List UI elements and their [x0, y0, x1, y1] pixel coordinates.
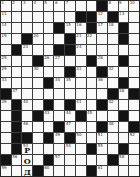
- clue-number: 13: [119, 12, 124, 16]
- letter-cell-r11c5[interactable]: 43: [44, 111, 54, 121]
- clue-number: 50: [76, 133, 81, 137]
- block-cell-r8c5: [44, 78, 54, 88]
- letter-cell-r5c5[interactable]: [44, 45, 54, 55]
- letter-cell-r3c13[interactable]: [129, 23, 139, 33]
- letter-cell-r15c4[interactable]: [33, 155, 43, 165]
- letter-cell-r7c8[interactable]: 31: [76, 67, 86, 77]
- letter-cell-r8c13[interactable]: [129, 78, 139, 88]
- letter-cell-r7c4[interactable]: 30: [33, 67, 43, 77]
- clue-number: 29: [2, 67, 7, 71]
- letter-cell-r10c1[interactable]: 39: [1, 100, 11, 110]
- letter-cell-r2c6[interactable]: [54, 12, 64, 22]
- clue-number: 25: [2, 56, 7, 60]
- clue-number: 31: [76, 67, 81, 71]
- letter-cell-r12c12[interactable]: [119, 122, 129, 132]
- clue-number: 30: [34, 67, 39, 71]
- letter-cell-r16c3[interactable]: Д: [22, 166, 32, 176]
- letter-cell-r12c8[interactable]: [76, 122, 86, 132]
- letter-cell-r1c9[interactable]: [87, 1, 97, 11]
- block-cell-r16c4: [33, 166, 43, 176]
- letter-cell-r3c10[interactable]: 17: [97, 23, 107, 33]
- clue-number: 59: [2, 166, 7, 170]
- letter-cell-r8c7[interactable]: 35: [65, 78, 75, 88]
- clue-number: 5: [44, 1, 47, 5]
- letter-cell-r1c3[interactable]: 3: [22, 1, 32, 11]
- letter-cell-r4c9[interactable]: 22: [87, 34, 97, 44]
- block-cell-r12c2: [12, 122, 22, 132]
- letter-cell-r15c3[interactable]: О: [22, 155, 32, 165]
- letter-cell-r6c13[interactable]: [129, 56, 139, 66]
- letter-cell-r3c8[interactable]: 16: [76, 23, 86, 33]
- letter-cell-r2c12[interactable]: 13: [119, 12, 129, 22]
- letter-cell-r4c6[interactable]: [54, 34, 64, 44]
- letter-cell-r8c10[interactable]: 36: [97, 78, 107, 88]
- letter-cell-r11c13[interactable]: [129, 111, 139, 121]
- block-cell-r9c11: [108, 89, 118, 99]
- block-cell-r4c12: [119, 34, 129, 44]
- letter-cell-r9c4[interactable]: [33, 89, 43, 99]
- block-cell-r2c11: [108, 12, 118, 22]
- letter-cell-r4c8[interactable]: 21: [76, 34, 86, 44]
- block-cell-r5c7: [65, 45, 75, 55]
- prefilled-letter: Д: [22, 167, 32, 176]
- letter-cell-r1c12[interactable]: 9: [119, 1, 129, 11]
- letter-cell-r11c7[interactable]: 44: [65, 111, 75, 121]
- letter-cell-r1c7[interactable]: 7: [65, 1, 75, 11]
- letter-cell-r13c8[interactable]: 50: [76, 133, 86, 143]
- letter-cell-r6c7[interactable]: [65, 56, 75, 66]
- clue-number: 55: [98, 144, 103, 148]
- clue-number: 40: [23, 100, 28, 104]
- letter-cell-r7c2[interactable]: [12, 67, 22, 77]
- clue-number: 24: [76, 45, 81, 49]
- clue-number: 21: [76, 34, 81, 38]
- clue-number: 17: [98, 23, 103, 27]
- letter-cell-r16c5[interactable]: 60: [44, 166, 54, 176]
- letter-cell-r2c2[interactable]: [12, 12, 22, 22]
- letter-cell-r14c8[interactable]: [76, 144, 86, 154]
- letter-cell-r15c10[interactable]: [97, 155, 107, 165]
- clue-number: 7: [66, 1, 69, 5]
- letter-cell-r2c5[interactable]: [44, 12, 54, 22]
- letter-cell-r15c6[interactable]: 57: [54, 155, 64, 165]
- letter-cell-r5c3[interactable]: 23: [22, 45, 32, 55]
- clue-number: 4: [34, 1, 37, 5]
- letter-cell-r13c1[interactable]: [1, 133, 11, 143]
- letter-cell-r16c7[interactable]: [65, 166, 75, 176]
- letter-cell-r8c11[interactable]: [108, 78, 118, 88]
- crossword-grid: 1234567891011121314151617181920212223242…: [0, 0, 140, 177]
- clue-number: 52: [130, 133, 135, 137]
- letter-cell-r10c9[interactable]: [87, 100, 97, 110]
- letter-cell-r12c7[interactable]: 47: [65, 122, 75, 132]
- letter-cell-r16c12[interactable]: [119, 166, 129, 176]
- block-cell-r5c6: [54, 45, 64, 55]
- letter-cell-r2c4[interactable]: [33, 12, 43, 22]
- clue-number: 23: [23, 45, 28, 49]
- block-cell-r2c8: [76, 12, 86, 22]
- block-cell-r10c5: [44, 100, 54, 110]
- letter-cell-r6c3[interactable]: [22, 56, 32, 66]
- letter-cell-r1c2[interactable]: 2: [12, 1, 22, 11]
- block-cell-r12c6: [54, 122, 64, 132]
- letter-cell-r3c2[interactable]: [12, 23, 22, 33]
- clue-number: 32: [108, 67, 113, 71]
- letter-cell-r3c3[interactable]: [22, 23, 32, 33]
- block-cell-r2c9: [87, 12, 97, 22]
- letter-cell-r10c12[interactable]: [119, 100, 129, 110]
- clue-number: 3: [23, 1, 26, 5]
- letter-cell-r14c5[interactable]: [44, 144, 54, 154]
- letter-cell-r15c9[interactable]: [87, 155, 97, 165]
- letter-cell-r13c12[interactable]: [119, 133, 129, 143]
- letter-cell-r16c11[interactable]: [108, 166, 118, 176]
- letter-cell-r9c3[interactable]: [22, 89, 32, 99]
- clue-number: 10: [130, 1, 135, 5]
- block-cell-r7c10: [97, 67, 107, 77]
- block-cell-r11c8: [76, 111, 86, 121]
- letter-cell-r13c4[interactable]: [33, 133, 43, 143]
- letter-cell-r7c3[interactable]: [22, 67, 32, 77]
- block-cell-r6c4: [33, 56, 43, 66]
- letter-cell-r13c11[interactable]: [108, 133, 118, 143]
- letter-cell-r6c1[interactable]: 25: [1, 56, 11, 66]
- block-cell-r10c2: [12, 100, 22, 110]
- clue-number: 11: [2, 12, 7, 16]
- clue-number: 41: [76, 100, 81, 104]
- letter-cell-r12c1[interactable]: [1, 122, 11, 132]
- letter-cell-r9c10[interactable]: [97, 89, 107, 99]
- letter-cell-r2c13[interactable]: [129, 12, 139, 22]
- block-cell-r7c7: [65, 67, 75, 77]
- clue-number: 33: [2, 78, 7, 82]
- clue-number: 1: [2, 1, 5, 5]
- clue-number: 36: [98, 78, 103, 82]
- clue-number: 48: [108, 122, 113, 126]
- block-cell-r11c4: [33, 111, 43, 121]
- block-cell-r3c9: [87, 23, 97, 33]
- block-cell-r12c13: [129, 122, 139, 132]
- letter-cell-r3c7[interactable]: 15: [65, 23, 75, 33]
- prefilled-letter: Р: [22, 145, 32, 154]
- clue-number: 27: [55, 56, 60, 60]
- letter-cell-r15c12[interactable]: 58: [119, 155, 129, 165]
- block-cell-r11c2: [12, 111, 22, 121]
- letter-cell-r14c13[interactable]: [129, 144, 139, 154]
- block-cell-r13c3: [22, 133, 32, 143]
- letter-cell-r14c3[interactable]: 53Р: [22, 144, 32, 154]
- block-cell-r8c12: [119, 78, 129, 88]
- clue-number: 42: [108, 100, 113, 104]
- block-cell-r11c12: [119, 111, 129, 121]
- letter-cell-r11c1[interactable]: [1, 111, 11, 121]
- letter-cell-r6c6[interactable]: 27: [54, 56, 64, 66]
- letter-cell-r15c7[interactable]: [65, 155, 75, 165]
- letter-cell-r16c8[interactable]: [76, 166, 86, 176]
- clue-number: 61: [98, 166, 103, 170]
- letter-cell-r5c9[interactable]: [87, 45, 97, 55]
- letter-cell-r10c4[interactable]: [33, 100, 43, 110]
- letter-cell-r6c5[interactable]: 26: [44, 56, 54, 66]
- letter-cell-r14c7[interactable]: 54: [65, 144, 75, 154]
- letter-cell-r14c11[interactable]: [108, 144, 118, 154]
- clue-number: 12: [98, 12, 103, 16]
- clue-number: 46: [23, 122, 28, 126]
- block-cell-r10c7: [65, 100, 75, 110]
- block-cell-r13c7: [65, 133, 75, 143]
- block-cell-r13c5: [44, 133, 54, 143]
- letter-cell-r5c12[interactable]: [119, 45, 129, 55]
- clue-number: 18: [108, 23, 113, 27]
- letter-cell-r16c2[interactable]: [12, 166, 22, 176]
- clue-number: 37: [12, 89, 17, 93]
- clue-number: 2: [12, 1, 15, 5]
- block-cell-r5c2: [12, 45, 22, 55]
- letter-cell-r3c1[interactable]: 14: [1, 23, 11, 33]
- letter-cell-r15c13[interactable]: [129, 155, 139, 165]
- block-cell-r14c12: [119, 144, 129, 154]
- letter-cell-r1c13[interactable]: 10: [129, 1, 139, 11]
- letter-cell-r1c1[interactable]: 1: [1, 1, 11, 11]
- clue-number: 51: [98, 133, 103, 137]
- letter-cell-r8c1[interactable]: 33: [1, 78, 11, 88]
- letter-cell-r8c8[interactable]: [76, 78, 86, 88]
- block-cell-r14c2: [12, 144, 22, 154]
- letter-cell-r4c4[interactable]: 20: [33, 34, 43, 44]
- block-cell-r10c10: [97, 100, 107, 110]
- block-cell-r4c3: [22, 34, 32, 44]
- letter-cell-r15c2[interactable]: 56: [12, 155, 22, 165]
- clue-number: 35: [66, 78, 71, 82]
- letter-cell-r3c5[interactable]: [44, 23, 54, 33]
- clue-number: 43: [44, 111, 49, 115]
- clue-number: 38: [119, 89, 124, 93]
- letter-cell-r12c9[interactable]: [87, 122, 97, 132]
- clue-number: 47: [66, 122, 71, 126]
- letter-cell-r5c13[interactable]: [129, 45, 139, 55]
- clue-number: 49: [55, 133, 60, 137]
- letter-cell-r4c11[interactable]: [108, 34, 118, 44]
- letter-cell-r7c6[interactable]: [54, 67, 64, 77]
- letter-cell-r14c10[interactable]: 55: [97, 144, 107, 154]
- letter-cell-r12c11[interactable]: 48: [108, 122, 118, 132]
- letter-cell-r3c4[interactable]: [33, 23, 43, 33]
- block-cell-r6c12: [119, 56, 129, 66]
- clue-number: 34: [55, 78, 60, 82]
- letter-cell-r11c10[interactable]: [97, 111, 107, 121]
- letter-cell-r16c10[interactable]: 61: [97, 166, 107, 176]
- block-cell-r15c5: [44, 155, 54, 165]
- letter-cell-r8c6[interactable]: 34: [54, 78, 64, 88]
- block-cell-r16c9: [87, 166, 97, 176]
- clue-number: 56: [12, 155, 17, 159]
- letter-cell-r2c1[interactable]: 11: [1, 12, 11, 22]
- letter-cell-r12c4[interactable]: [33, 122, 43, 132]
- clue-number: 45: [87, 111, 92, 115]
- clue-number: 16: [76, 23, 81, 27]
- block-cell-r13c2: [12, 133, 22, 143]
- clue-number: 60: [44, 166, 49, 170]
- letter-cell-r7c11[interactable]: 32: [108, 67, 118, 77]
- letter-cell-r10c8[interactable]: 41: [76, 100, 86, 110]
- letter-cell-r9c12[interactable]: 38: [119, 89, 129, 99]
- letter-cell-r11c11[interactable]: [108, 111, 118, 121]
- letter-cell-r2c7[interactable]: [65, 12, 75, 22]
- letter-cell-r4c1[interactable]: 19: [1, 34, 11, 44]
- clue-number: 44: [66, 111, 71, 115]
- prefilled-letter: О: [22, 156, 32, 165]
- letter-cell-r3c11[interactable]: 18: [108, 23, 118, 33]
- letter-cell-r16c6[interactable]: [54, 166, 64, 176]
- letter-cell-r12c3[interactable]: 46: [22, 122, 32, 132]
- clue-number: 39: [2, 100, 7, 104]
- letter-cell-r5c8[interactable]: 24: [76, 45, 86, 55]
- letter-cell-r9c7[interactable]: [65, 89, 75, 99]
- letter-cell-r2c3[interactable]: [22, 12, 32, 22]
- clue-number: 58: [119, 155, 124, 159]
- block-cell-r14c9: [87, 144, 97, 154]
- letter-cell-r5c1[interactable]: [1, 45, 11, 55]
- letter-cell-r1c6[interactable]: 6: [54, 1, 64, 11]
- letter-cell-r2c10[interactable]: 12: [97, 12, 107, 22]
- letter-cell-r8c4[interactable]: [33, 78, 43, 88]
- letter-cell-r9c9[interactable]: [87, 89, 97, 99]
- letter-cell-r10c6[interactable]: [54, 100, 64, 110]
- letter-cell-r10c3[interactable]: 40: [22, 100, 32, 110]
- letter-cell-r5c4[interactable]: [33, 45, 43, 55]
- letter-cell-r9c5[interactable]: [44, 89, 54, 99]
- letter-cell-r6c2[interactable]: [12, 56, 22, 66]
- letter-cell-r14c6[interactable]: [54, 144, 64, 154]
- letter-cell-r13c9[interactable]: [87, 133, 97, 143]
- clue-number: 6: [55, 1, 58, 5]
- letter-cell-r9c2[interactable]: 37: [12, 89, 22, 99]
- letter-cell-r8c2[interactable]: [12, 78, 22, 88]
- block-cell-r6c9: [87, 56, 97, 66]
- letter-cell-r1c8[interactable]: [76, 1, 86, 11]
- letter-cell-r14c1[interactable]: [1, 144, 11, 154]
- block-cell-r15c1: [1, 155, 11, 165]
- clue-number: 9: [119, 1, 122, 5]
- block-cell-r9c1: [1, 89, 11, 99]
- clue-number: 20: [34, 34, 39, 38]
- clue-number: 15: [66, 23, 71, 27]
- letter-cell-r16c13[interactable]: [129, 166, 139, 176]
- letter-cell-r5c10[interactable]: [97, 45, 107, 55]
- letter-cell-r1c11[interactable]: 8: [108, 1, 118, 11]
- block-cell-r3c12: [119, 23, 129, 33]
- block-cell-r12c10: [97, 122, 107, 132]
- clue-number: 19: [2, 34, 7, 38]
- letter-cell-r4c10[interactable]: [97, 34, 107, 44]
- block-cell-r4c7: [65, 34, 75, 44]
- block-cell-r3c6: [54, 23, 64, 33]
- letter-cell-r11c9[interactable]: 45: [87, 111, 97, 121]
- letter-cell-r9c8[interactable]: [76, 89, 86, 99]
- letter-cell-r6c10[interactable]: 28: [97, 56, 107, 66]
- clue-number: 28: [98, 56, 103, 60]
- letter-cell-r4c13[interactable]: [129, 34, 139, 44]
- letter-cell-r5c11[interactable]: [108, 45, 118, 55]
- block-cell-r1c10: [97, 1, 107, 11]
- letter-cell-r6c8[interactable]: [76, 56, 86, 66]
- letter-cell-r7c9[interactable]: [87, 67, 97, 77]
- letter-cell-r12c5[interactable]: [44, 122, 54, 132]
- letter-cell-r11c6[interactable]: [54, 111, 64, 121]
- letter-cell-r7c1[interactable]: 29: [1, 67, 11, 77]
- letter-cell-r13c10[interactable]: 51: [97, 133, 107, 143]
- letter-cell-r16c1[interactable]: 59: [1, 166, 11, 176]
- letter-cell-r9c6[interactable]: [54, 89, 64, 99]
- clue-number: 8: [108, 1, 111, 5]
- block-cell-r15c11: [108, 155, 118, 165]
- letter-cell-r6c11[interactable]: [108, 56, 118, 66]
- letter-cell-r11c3[interactable]: [22, 111, 32, 121]
- letter-cell-r13c6[interactable]: 49: [54, 133, 64, 143]
- letter-cell-r4c5[interactable]: [44, 34, 54, 44]
- block-cell-r9c13: [129, 89, 139, 99]
- clue-number: 22: [87, 34, 92, 38]
- letter-cell-r7c5[interactable]: [44, 67, 54, 77]
- clue-number: 57: [55, 155, 60, 159]
- letter-cell-r13c13[interactable]: 52: [129, 133, 139, 143]
- letter-cell-r8c9[interactable]: [87, 78, 97, 88]
- letter-cell-r7c13[interactable]: [129, 67, 139, 77]
- clue-number: 54: [66, 144, 71, 148]
- letter-cell-r1c4[interactable]: 4: [33, 1, 43, 11]
- clue-number: 26: [44, 56, 49, 60]
- letter-cell-r14c4[interactable]: [33, 144, 43, 154]
- letter-cell-r15c8[interactable]: [76, 155, 86, 165]
- letter-cell-r8c3[interactable]: [22, 78, 32, 88]
- letter-cell-r4c2[interactable]: [12, 34, 22, 44]
- letter-cell-r10c13[interactable]: [129, 100, 139, 110]
- clue-number: 14: [2, 23, 7, 27]
- letter-cell-r1c5[interactable]: 5: [44, 1, 54, 11]
- letter-cell-r10c11[interactable]: 42: [108, 100, 118, 110]
- letter-cell-r7c12[interactable]: [119, 67, 129, 77]
